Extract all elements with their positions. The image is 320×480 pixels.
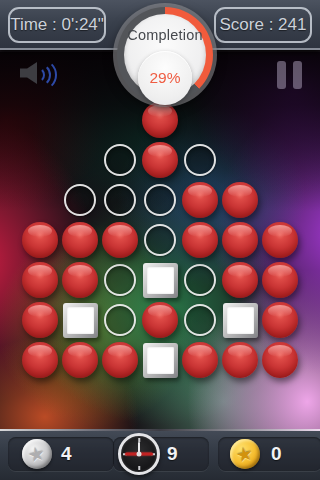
completion-percent: 29%: [149, 69, 180, 87]
board-cell: [180, 180, 220, 220]
board-cell: [140, 180, 180, 220]
board-cell: [20, 100, 60, 140]
empty-hole[interactable]: [144, 224, 176, 256]
bottom-hud-bar: ★ 4 9 ★ 0: [0, 431, 320, 480]
red-peg[interactable]: [222, 262, 258, 298]
board-cell: [60, 180, 100, 220]
board-cell: [220, 180, 260, 220]
time-display: Time : 0':24": [8, 7, 106, 43]
red-peg[interactable]: [182, 182, 218, 218]
board-cell: [20, 300, 60, 340]
board-cell: [140, 220, 180, 260]
board-cell: [100, 260, 140, 300]
red-peg[interactable]: [262, 302, 298, 338]
empty-hole[interactable]: [104, 304, 136, 336]
board-cell: [20, 220, 60, 260]
star-glyph: ★: [27, 443, 48, 465]
board-cell: [180, 140, 220, 180]
silver-coin-star-icon: ★: [22, 439, 52, 469]
board-cell: [220, 300, 260, 340]
red-peg[interactable]: [222, 182, 258, 218]
empty-hole[interactable]: [184, 264, 216, 296]
red-peg[interactable]: [142, 302, 178, 338]
empty-hole[interactable]: [184, 144, 216, 176]
board-cell: [60, 340, 100, 380]
board-cell: [140, 260, 180, 300]
red-peg[interactable]: [262, 262, 298, 298]
board-cell: [140, 140, 180, 180]
board-cell: [260, 140, 300, 180]
board-cell: [20, 140, 60, 180]
red-peg[interactable]: [222, 342, 258, 378]
red-peg[interactable]: [182, 222, 218, 258]
board-cell: [220, 340, 260, 380]
board-cell: [260, 180, 300, 220]
red-peg[interactable]: [262, 342, 298, 378]
red-peg[interactable]: [22, 342, 58, 378]
completion-gauge: Completion 29%: [113, 3, 217, 107]
board-cell: [260, 220, 300, 260]
board-cell: [60, 260, 100, 300]
bottom-bar-edge: [0, 429, 320, 431]
board-cell: [60, 140, 100, 180]
red-peg[interactable]: [102, 222, 138, 258]
empty-hole[interactable]: [64, 184, 96, 216]
board-cell: [180, 340, 220, 380]
star-glyph: ★: [235, 443, 256, 465]
pause-bar-icon: [277, 61, 286, 89]
red-peg[interactable]: [62, 222, 98, 258]
board-cell: [60, 300, 100, 340]
board-cell: [100, 340, 140, 380]
clock-icon: [118, 433, 160, 475]
silver-medal-count: 4: [61, 443, 72, 465]
red-peg[interactable]: [22, 262, 58, 298]
red-peg[interactable]: [62, 342, 98, 378]
board-cell: [180, 220, 220, 260]
board-cell: [60, 100, 100, 140]
pause-bar-icon: [293, 61, 302, 89]
board-cell: [20, 180, 60, 220]
board-cell: [100, 220, 140, 260]
red-peg[interactable]: [142, 102, 178, 138]
timer-count: 9: [167, 443, 178, 465]
white-block: [143, 343, 178, 378]
board-cell: [100, 300, 140, 340]
red-peg[interactable]: [62, 262, 98, 298]
board-cell: [260, 100, 300, 140]
speaker-sound-icon[interactable]: [20, 58, 56, 88]
board-cell: [60, 220, 100, 260]
board-cell: [220, 100, 260, 140]
empty-hole[interactable]: [104, 264, 136, 296]
board-cell: [260, 300, 300, 340]
empty-hole[interactable]: [184, 304, 216, 336]
timer-counter[interactable]: 9: [113, 437, 209, 471]
board-cell: [180, 260, 220, 300]
empty-hole[interactable]: [104, 184, 136, 216]
red-peg[interactable]: [182, 342, 218, 378]
board-cell: [20, 260, 60, 300]
board-cell: [100, 180, 140, 220]
board-cell: [140, 300, 180, 340]
game-board: [20, 100, 300, 380]
score-display: Score : 241: [214, 7, 312, 43]
gold-coin-star-icon: ★: [230, 439, 260, 469]
board-cell: [220, 220, 260, 260]
red-peg[interactable]: [22, 222, 58, 258]
completion-label: Completion: [113, 27, 217, 43]
board-cell: [260, 340, 300, 380]
white-block: [63, 303, 98, 338]
red-peg[interactable]: [102, 342, 138, 378]
gold-coin-count: 0: [271, 443, 282, 465]
completion-disc: 29%: [138, 51, 192, 105]
gold-coin-counter[interactable]: ★ 0: [218, 437, 320, 471]
empty-hole[interactable]: [144, 184, 176, 216]
empty-hole[interactable]: [104, 144, 136, 176]
board-cell: [260, 260, 300, 300]
pause-button[interactable]: [277, 61, 302, 89]
board-cell: [20, 340, 60, 380]
board-cell: [220, 140, 260, 180]
game-screen: Time : 0':24" Score : 241 Completion 29%…: [0, 0, 320, 480]
red-peg[interactable]: [142, 142, 178, 178]
clock-center-dot: [137, 452, 142, 457]
board-cell: [180, 300, 220, 340]
board-cell: [100, 140, 140, 180]
red-peg[interactable]: [222, 222, 258, 258]
red-peg[interactable]: [22, 302, 58, 338]
board-cell: [220, 260, 260, 300]
red-peg[interactable]: [262, 222, 298, 258]
white-block: [223, 303, 258, 338]
white-block: [143, 263, 178, 298]
board-cell: [140, 340, 180, 380]
silver-medal-counter[interactable]: ★ 4: [8, 437, 114, 471]
clock-tick: [138, 466, 140, 470]
sound-wave-icon: [25, 59, 57, 91]
